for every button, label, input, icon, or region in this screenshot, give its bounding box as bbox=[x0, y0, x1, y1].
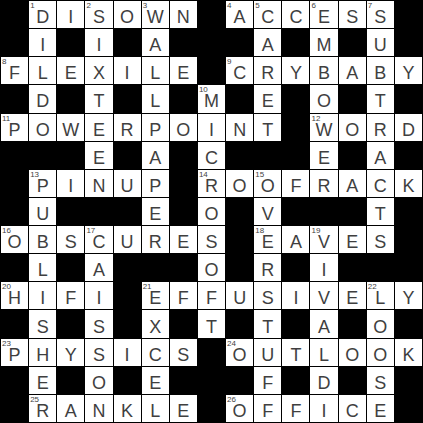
cell-letter: A bbox=[346, 64, 358, 82]
black-cell-r3c0 bbox=[1, 85, 28, 112]
clue-number: 19 bbox=[311, 226, 320, 235]
cell-letter: E bbox=[262, 233, 274, 251]
clue-number: 11 bbox=[2, 114, 10, 123]
cell-r12c2[interactable]: Y bbox=[57, 339, 84, 366]
cell-letter: I bbox=[125, 346, 130, 364]
cell-letter: E bbox=[318, 8, 330, 26]
cell-letter: O bbox=[204, 261, 218, 279]
cell-r2c1[interactable]: L bbox=[29, 57, 56, 84]
cell-letter: S bbox=[37, 318, 49, 336]
black-cell-r9c0 bbox=[1, 254, 28, 281]
cell-r10c13[interactable]: 22L bbox=[367, 282, 394, 309]
black-cell-r13c12 bbox=[339, 367, 366, 394]
cell-r10c0[interactable]: 20H bbox=[1, 282, 28, 309]
cell-r4c14[interactable]: D bbox=[395, 114, 422, 141]
cell-letter: S bbox=[374, 233, 386, 251]
cell-letter: A bbox=[374, 149, 386, 167]
black-cell-r9c8 bbox=[226, 254, 253, 281]
cell-letter: P bbox=[149, 121, 161, 139]
cell-letter: S bbox=[93, 8, 105, 26]
black-cell-r1c4 bbox=[114, 29, 141, 56]
cell-letter: E bbox=[262, 92, 274, 110]
cell-letter: P bbox=[37, 177, 49, 195]
cell-r0c2[interactable]: I bbox=[57, 1, 84, 28]
black-cell-r9c10 bbox=[282, 254, 309, 281]
cell-r6c14[interactable]: K bbox=[395, 170, 422, 197]
black-cell-r10c4 bbox=[114, 282, 141, 309]
cell-letter: O bbox=[176, 121, 190, 139]
cell-letter: E bbox=[149, 289, 161, 307]
cell-letter: N bbox=[177, 8, 190, 26]
cell-r6c7[interactable]: 14R bbox=[198, 170, 225, 197]
black-cell-r5c6 bbox=[170, 142, 197, 169]
cell-letter: X bbox=[93, 64, 105, 82]
cell-letter: N bbox=[92, 177, 105, 195]
cell-r2c10[interactable]: Y bbox=[282, 57, 309, 84]
black-cell-r11c6 bbox=[170, 310, 197, 337]
cell-r7c1[interactable]: U bbox=[29, 198, 56, 225]
cell-r6c10[interactable]: F bbox=[282, 170, 309, 197]
cell-r0c3[interactable]: 2S bbox=[85, 1, 112, 28]
cell-letter: O bbox=[36, 121, 50, 139]
cell-letter: F bbox=[262, 402, 273, 420]
cell-r5c3[interactable]: E bbox=[85, 142, 112, 169]
cell-r3c13[interactable]: T bbox=[367, 85, 394, 112]
cell-letter: E bbox=[65, 64, 77, 82]
cell-r12c4[interactable]: I bbox=[114, 339, 141, 366]
cell-r11c1[interactable]: S bbox=[29, 310, 56, 337]
cell-r10c9[interactable]: S bbox=[254, 282, 281, 309]
cell-letter: I bbox=[40, 36, 45, 54]
black-cell-r7c6 bbox=[170, 198, 197, 225]
cell-letter: Y bbox=[402, 64, 414, 82]
cell-letter: S bbox=[346, 8, 358, 26]
cell-r12c9[interactable]: U bbox=[254, 339, 281, 366]
black-cell-r12c7 bbox=[198, 339, 225, 366]
cell-r2c8[interactable]: 9C bbox=[226, 57, 253, 84]
cell-r10c11[interactable]: V bbox=[310, 282, 337, 309]
cell-letter: I bbox=[322, 261, 327, 279]
black-cell-r5c9 bbox=[254, 142, 281, 169]
cell-r10c1[interactable]: I bbox=[29, 282, 56, 309]
cell-letter: F bbox=[9, 64, 20, 82]
clue-number: 12 bbox=[311, 114, 320, 123]
cell-r8c5[interactable]: R bbox=[142, 226, 169, 253]
clue-number: 4 bbox=[227, 1, 231, 10]
cell-letter: E bbox=[177, 64, 189, 82]
clue-number: 2 bbox=[86, 1, 90, 10]
cell-letter: T bbox=[375, 92, 386, 110]
cell-r5c5[interactable]: A bbox=[142, 142, 169, 169]
cell-letter: I bbox=[322, 402, 327, 420]
black-cell-r6c0 bbox=[1, 170, 28, 197]
cell-r0c11[interactable]: 6E bbox=[310, 1, 337, 28]
cell-letter: O bbox=[345, 121, 359, 139]
black-cell-r5c2 bbox=[57, 142, 84, 169]
black-cell-r7c0 bbox=[1, 198, 28, 225]
cell-letter: T bbox=[290, 346, 301, 364]
cell-r6c5[interactable]: P bbox=[142, 170, 169, 197]
cell-letter: T bbox=[206, 318, 217, 336]
cell-letter: P bbox=[149, 177, 161, 195]
cell-letter: A bbox=[93, 261, 105, 279]
cell-r3c9[interactable]: E bbox=[254, 85, 281, 112]
cell-r12c12[interactable]: O bbox=[339, 339, 366, 366]
cell-r12c10[interactable]: T bbox=[282, 339, 309, 366]
black-cell-r14c14 bbox=[395, 395, 422, 422]
black-cell-r1c14 bbox=[395, 29, 422, 56]
cell-r4c12[interactable]: O bbox=[339, 114, 366, 141]
clue-number: 3 bbox=[143, 1, 147, 10]
cell-r10c3[interactable]: I bbox=[85, 282, 112, 309]
cell-r12c5[interactable]: C bbox=[142, 339, 169, 366]
black-cell-r7c8 bbox=[226, 198, 253, 225]
cell-r1c3[interactable]: I bbox=[85, 29, 112, 56]
cell-r0c8[interactable]: 4A bbox=[226, 1, 253, 28]
cell-r4c11[interactable]: 12W bbox=[310, 114, 337, 141]
cell-letter: T bbox=[262, 318, 273, 336]
cell-letter: T bbox=[93, 92, 104, 110]
clue-number: 20 bbox=[2, 282, 11, 291]
cell-r2c5[interactable]: L bbox=[142, 57, 169, 84]
cell-r2c13[interactable]: B bbox=[367, 57, 394, 84]
cell-r10c14[interactable]: Y bbox=[395, 282, 422, 309]
cell-r12c14[interactable]: K bbox=[395, 339, 422, 366]
black-cell-r9c14 bbox=[395, 254, 422, 281]
cell-letter: X bbox=[149, 318, 161, 336]
clue-number: 9 bbox=[227, 57, 231, 66]
cell-r1c5[interactable]: A bbox=[142, 29, 169, 56]
cell-letter: L bbox=[150, 402, 160, 420]
black-cell-r0c0 bbox=[1, 1, 28, 28]
black-cell-r7c12 bbox=[339, 198, 366, 225]
black-cell-r5c8 bbox=[226, 142, 253, 169]
cell-r8c11[interactable]: 19V bbox=[310, 226, 337, 253]
cell-r2c12[interactable]: A bbox=[339, 57, 366, 84]
black-cell-r9c5 bbox=[142, 254, 169, 281]
black-cell-r3c10 bbox=[282, 85, 309, 112]
cell-r14c1[interactable]: 25R bbox=[29, 395, 56, 422]
cell-r5c11[interactable]: E bbox=[310, 142, 337, 169]
cell-letter: Y bbox=[402, 289, 414, 307]
cell-letter: L bbox=[38, 64, 48, 82]
cell-r9c7[interactable]: O bbox=[198, 254, 225, 281]
cell-r7c13[interactable]: T bbox=[367, 198, 394, 225]
cell-r4c0[interactable]: 11P bbox=[1, 114, 28, 141]
black-cell-r7c14 bbox=[395, 198, 422, 225]
cell-letter: L bbox=[38, 261, 48, 279]
cell-r11c9[interactable]: T bbox=[254, 310, 281, 337]
cell-r4c6[interactable]: O bbox=[170, 114, 197, 141]
cell-r9c11[interactable]: I bbox=[310, 254, 337, 281]
cell-letter: I bbox=[68, 177, 73, 195]
cell-r14c4[interactable]: K bbox=[114, 395, 141, 422]
cell-r3c11[interactable]: O bbox=[310, 85, 337, 112]
cell-letter: I bbox=[40, 289, 45, 307]
cell-letter: O bbox=[120, 8, 134, 26]
cell-r0c12[interactable]: S bbox=[339, 1, 366, 28]
clue-number: 14 bbox=[199, 170, 208, 179]
black-cell-r13c4 bbox=[114, 367, 141, 394]
cell-letter: O bbox=[373, 318, 387, 336]
cell-letter: K bbox=[402, 346, 414, 364]
cell-letter: F bbox=[178, 289, 189, 307]
cell-r12c1[interactable]: H bbox=[29, 339, 56, 366]
cell-letter: D bbox=[402, 121, 415, 139]
cell-letter: V bbox=[262, 205, 274, 223]
cell-letter: W bbox=[316, 121, 333, 139]
cell-letter: C bbox=[261, 8, 274, 26]
cell-letter: E bbox=[149, 374, 161, 392]
cell-letter: F bbox=[290, 402, 301, 420]
cell-r6c8[interactable]: O bbox=[226, 170, 253, 197]
cell-r5c13[interactable]: A bbox=[367, 142, 394, 169]
cell-r4c8[interactable]: N bbox=[226, 114, 253, 141]
cell-r1c9[interactable]: A bbox=[254, 29, 281, 56]
cell-letter: A bbox=[234, 8, 246, 26]
black-cell-r1c12 bbox=[339, 29, 366, 56]
cell-r6c2[interactable]: I bbox=[57, 170, 84, 197]
cell-r2c3[interactable]: X bbox=[85, 57, 112, 84]
cell-letter: B bbox=[374, 64, 386, 82]
cell-r14c13[interactable]: E bbox=[367, 395, 394, 422]
cell-r8c0[interactable]: 16O bbox=[1, 226, 28, 253]
cell-r0c6[interactable]: N bbox=[170, 1, 197, 28]
crossword-board: 1DI2SO3WN4A5CC6ES7SIIAAMU8FLEXILE9CRYBAB… bbox=[0, 0, 423, 423]
cell-r8c4[interactable]: U bbox=[114, 226, 141, 253]
cell-letter: L bbox=[319, 346, 329, 364]
cell-letter: R bbox=[36, 402, 49, 420]
cell-letter: I bbox=[293, 289, 298, 307]
cell-letter: D bbox=[36, 8, 49, 26]
cell-r13c3[interactable]: O bbox=[85, 367, 112, 394]
cell-letter: C bbox=[205, 149, 218, 167]
black-cell-r5c14 bbox=[395, 142, 422, 169]
black-cell-r14c0 bbox=[1, 395, 28, 422]
cell-r8c7[interactable]: S bbox=[198, 226, 225, 253]
cell-r6c4[interactable]: U bbox=[114, 170, 141, 197]
black-cell-r13c6 bbox=[170, 367, 197, 394]
cell-r8c6[interactable]: E bbox=[170, 226, 197, 253]
cell-r12c6[interactable]: S bbox=[170, 339, 197, 366]
cell-r12c13[interactable]: O bbox=[367, 339, 394, 366]
cell-r5c7[interactable]: C bbox=[198, 142, 225, 169]
cell-letter: S bbox=[177, 346, 189, 364]
cell-r7c9[interactable]: V bbox=[254, 198, 281, 225]
cell-r6c13[interactable]: C bbox=[367, 170, 394, 197]
cell-r8c13[interactable]: S bbox=[367, 226, 394, 253]
cell-letter: A bbox=[65, 402, 77, 420]
cell-r2c2[interactable]: E bbox=[57, 57, 84, 84]
clue-number: 24 bbox=[227, 339, 236, 348]
cell-letter: R bbox=[374, 121, 387, 139]
cell-letter: C bbox=[92, 233, 105, 251]
cell-letter: A bbox=[262, 36, 274, 54]
cell-r12c8[interactable]: 24O bbox=[226, 339, 253, 366]
cell-r0c4[interactable]: O bbox=[114, 1, 141, 28]
clue-number: 18 bbox=[255, 226, 264, 235]
black-cell-r3c2 bbox=[57, 85, 84, 112]
cell-letter: U bbox=[121, 177, 134, 195]
cell-letter: O bbox=[204, 205, 218, 223]
cell-r4c4[interactable]: R bbox=[114, 114, 141, 141]
cell-r14c9[interactable]: F bbox=[254, 395, 281, 422]
clue-number: 1 bbox=[30, 1, 34, 10]
cell-letter: Y bbox=[290, 64, 302, 82]
cell-letter: T bbox=[262, 121, 273, 139]
cell-r8c3[interactable]: 17C bbox=[85, 226, 112, 253]
black-cell-r7c3 bbox=[85, 198, 112, 225]
black-cell-r5c10 bbox=[282, 142, 309, 169]
cell-letter: R bbox=[318, 177, 331, 195]
cell-r4c9[interactable]: T bbox=[254, 114, 281, 141]
cell-letter: V bbox=[318, 233, 330, 251]
cell-letter: E bbox=[93, 121, 105, 139]
cell-r8c1[interactable]: B bbox=[29, 226, 56, 253]
cell-r14c6[interactable]: E bbox=[170, 395, 197, 422]
cell-letter: Y bbox=[65, 346, 77, 364]
cell-r11c7[interactable]: T bbox=[198, 310, 225, 337]
cell-r11c3[interactable]: S bbox=[85, 310, 112, 337]
cell-r4c1[interactable]: O bbox=[29, 114, 56, 141]
cell-r10c2[interactable]: F bbox=[57, 282, 84, 309]
cell-letter: O bbox=[373, 346, 387, 364]
cell-r4c7[interactable]: I bbox=[198, 114, 225, 141]
cell-r8c10[interactable]: A bbox=[282, 226, 309, 253]
cell-r10c6[interactable]: F bbox=[170, 282, 197, 309]
cell-letter: A bbox=[149, 36, 161, 54]
cell-r8c2[interactable]: S bbox=[57, 226, 84, 253]
cell-r14c5[interactable]: L bbox=[142, 395, 169, 422]
cell-r2c11[interactable]: B bbox=[310, 57, 337, 84]
cell-r10c12[interactable]: E bbox=[339, 282, 366, 309]
cell-letter: I bbox=[68, 8, 73, 26]
black-cell-r3c12 bbox=[339, 85, 366, 112]
clue-number: 26 bbox=[227, 395, 236, 404]
cell-letter: C bbox=[374, 177, 387, 195]
cell-letter: W bbox=[62, 121, 79, 139]
cell-r1c1[interactable]: I bbox=[29, 29, 56, 56]
cell-r1c11[interactable]: M bbox=[310, 29, 337, 56]
cell-r10c8[interactable]: U bbox=[226, 282, 253, 309]
black-cell-r7c10 bbox=[282, 198, 309, 225]
cell-r4c3[interactable]: E bbox=[85, 114, 112, 141]
cell-letter: E bbox=[149, 205, 161, 223]
cell-letter: S bbox=[93, 318, 105, 336]
clue-number: 10 bbox=[199, 85, 208, 94]
cell-r6c11[interactable]: R bbox=[310, 170, 337, 197]
cell-r2c6[interactable]: E bbox=[170, 57, 197, 84]
cell-r3c5[interactable]: L bbox=[142, 85, 169, 112]
cell-r0c13[interactable]: 7S bbox=[367, 1, 394, 28]
cell-r4c13[interactable]: R bbox=[367, 114, 394, 141]
black-cell-r1c8 bbox=[226, 29, 253, 56]
cell-r12c3[interactable]: S bbox=[85, 339, 112, 366]
cell-letter: R bbox=[205, 177, 218, 195]
cell-r6c9[interactable]: 15O bbox=[254, 170, 281, 197]
cell-r9c1[interactable]: L bbox=[29, 254, 56, 281]
cell-r6c3[interactable]: N bbox=[85, 170, 112, 197]
cell-r13c13[interactable]: S bbox=[367, 367, 394, 394]
cell-r6c1[interactable]: 13P bbox=[29, 170, 56, 197]
cell-r2c14[interactable]: Y bbox=[395, 57, 422, 84]
cell-r8c12[interactable]: E bbox=[339, 226, 366, 253]
cell-r0c1[interactable]: 1D bbox=[29, 1, 56, 28]
cell-r13c11[interactable]: D bbox=[310, 367, 337, 394]
cell-letter: S bbox=[93, 346, 105, 364]
cell-letter: O bbox=[8, 233, 22, 251]
cell-r10c7[interactable]: F bbox=[198, 282, 225, 309]
cell-r3c1[interactable]: D bbox=[29, 85, 56, 112]
cell-r10c5[interactable]: 21E bbox=[142, 282, 169, 309]
cell-r11c13[interactable]: O bbox=[367, 310, 394, 337]
cell-letter: C bbox=[149, 346, 162, 364]
cell-letter: F bbox=[206, 289, 217, 307]
cell-r11c11[interactable]: A bbox=[310, 310, 337, 337]
cell-r14c10[interactable]: F bbox=[282, 395, 309, 422]
cell-letter: S bbox=[262, 289, 274, 307]
cell-r13c5[interactable]: E bbox=[142, 367, 169, 394]
cell-r6c12[interactable]: A bbox=[339, 170, 366, 197]
cell-letter: C bbox=[346, 402, 359, 420]
cell-r13c9[interactable]: F bbox=[254, 367, 281, 394]
cell-r2c4[interactable]: I bbox=[114, 57, 141, 84]
cell-letter: S bbox=[65, 233, 77, 251]
cell-letter: T bbox=[375, 205, 386, 223]
cell-r3c3[interactable]: T bbox=[85, 85, 112, 112]
cell-letter: B bbox=[318, 64, 330, 82]
black-cell-r1c0 bbox=[1, 29, 28, 56]
cell-letter: U bbox=[233, 289, 246, 307]
clue-number: 7 bbox=[368, 1, 372, 10]
cell-letter: E bbox=[177, 402, 189, 420]
cell-r14c11[interactable]: I bbox=[310, 395, 337, 422]
cell-r9c9[interactable]: R bbox=[254, 254, 281, 281]
cell-r0c9[interactable]: 5C bbox=[254, 1, 281, 28]
clue-number: 15 bbox=[255, 170, 264, 179]
cell-letter: O bbox=[345, 346, 359, 364]
cell-r10c10[interactable]: I bbox=[282, 282, 309, 309]
cell-r2c9[interactable]: R bbox=[254, 57, 281, 84]
black-cell-r9c13 bbox=[367, 254, 394, 281]
cell-r4c5[interactable]: P bbox=[142, 114, 169, 141]
cell-r7c5[interactable]: E bbox=[142, 198, 169, 225]
cell-letter: E bbox=[177, 233, 189, 251]
black-cell-r13c2 bbox=[57, 367, 84, 394]
cell-r12c11[interactable]: L bbox=[310, 339, 337, 366]
cell-r1c13[interactable]: U bbox=[367, 29, 394, 56]
cell-r0c5[interactable]: 3W bbox=[142, 1, 169, 28]
cell-r3c7[interactable]: 10M bbox=[198, 85, 225, 112]
cell-r14c8[interactable]: 26O bbox=[226, 395, 253, 422]
cell-letter: V bbox=[318, 289, 330, 307]
cell-r7c7[interactable]: O bbox=[198, 198, 225, 225]
cell-r4c2[interactable]: W bbox=[57, 114, 84, 141]
cell-r12c0[interactable]: 23P bbox=[1, 339, 28, 366]
black-cell-r9c12 bbox=[339, 254, 366, 281]
cell-r11c5[interactable]: X bbox=[142, 310, 169, 337]
cell-r13c1[interactable]: E bbox=[29, 367, 56, 394]
cell-r14c2[interactable]: A bbox=[57, 395, 84, 422]
black-cell-r6c6 bbox=[170, 170, 197, 197]
cell-r2c0[interactable]: 8F bbox=[1, 57, 28, 84]
cell-r8c9[interactable]: 18E bbox=[254, 226, 281, 253]
cell-r14c3[interactable]: N bbox=[85, 395, 112, 422]
cell-r0c10[interactable]: C bbox=[282, 1, 309, 28]
cell-r9c3[interactable]: A bbox=[85, 254, 112, 281]
cell-r14c12[interactable]: C bbox=[339, 395, 366, 422]
clue-number: 21 bbox=[143, 282, 152, 291]
